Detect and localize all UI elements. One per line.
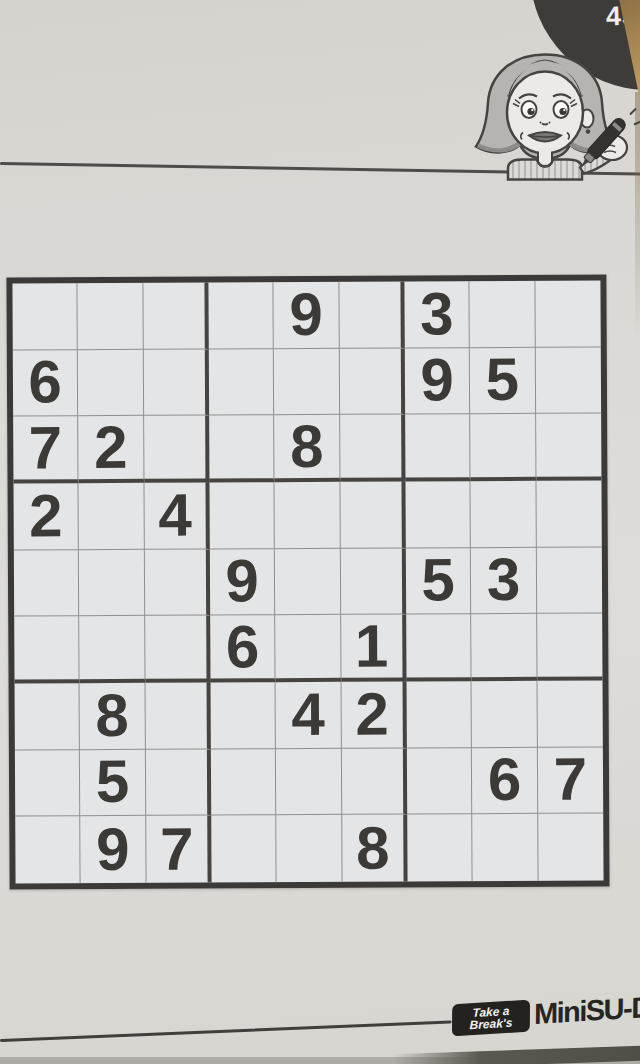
cell-r9c8[interactable] <box>473 814 539 881</box>
cell-r2c4[interactable] <box>209 349 275 416</box>
minisudoku-logo: MiniSU-DO <box>534 990 640 1032</box>
woman-with-pen-illustration <box>450 33 640 181</box>
cell-r4c4[interactable] <box>209 482 275 549</box>
cell-r4c7[interactable] <box>405 481 471 548</box>
cell-r1c4[interactable] <box>208 282 274 349</box>
cell-r8c3[interactable] <box>146 749 212 816</box>
cell-r2c1: 6 <box>13 350 79 417</box>
cell-r2c5[interactable] <box>274 348 340 415</box>
cell-r9c5[interactable] <box>277 815 343 882</box>
cell-r8c1[interactable] <box>15 750 81 817</box>
cell-r8c2: 5 <box>80 750 146 817</box>
cell-r3c8[interactable] <box>470 414 536 481</box>
cell-r9c1[interactable] <box>15 817 81 884</box>
cell-r7c3[interactable] <box>145 682 211 749</box>
cell-r6c6: 1 <box>341 615 407 682</box>
cell-r6c4: 6 <box>210 615 276 682</box>
sudoku-grid: 936957282495361842567978 <box>6 274 609 889</box>
cell-r2c7: 9 <box>405 348 471 415</box>
cell-r3c6[interactable] <box>340 415 406 482</box>
cell-r7c6: 2 <box>341 681 407 748</box>
cell-r8c9: 7 <box>538 747 604 814</box>
cell-r9c9[interactable] <box>538 814 604 881</box>
cell-r5c7: 5 <box>406 548 472 615</box>
cell-r7c9[interactable] <box>537 680 603 747</box>
cell-r5c6[interactable] <box>340 548 406 615</box>
cell-r4c1: 2 <box>13 483 79 550</box>
cell-r5c4: 9 <box>210 549 276 616</box>
cell-r1c2[interactable] <box>78 283 144 350</box>
cell-r4c2[interactable] <box>79 483 145 550</box>
cell-r5c5[interactable] <box>275 548 341 615</box>
cell-r2c3[interactable] <box>143 349 209 416</box>
cell-r3c3[interactable] <box>144 416 210 483</box>
cell-r8c6[interactable] <box>342 748 408 815</box>
cell-r1c9[interactable] <box>535 280 601 347</box>
take-a-breaks-badge: Take a Break's <box>452 1000 530 1037</box>
cell-r1c3[interactable] <box>143 283 209 350</box>
cell-r5c3[interactable] <box>144 549 210 616</box>
cell-r6c2[interactable] <box>80 616 146 683</box>
cell-r8c5[interactable] <box>276 748 342 815</box>
cell-r4c9[interactable] <box>536 480 602 547</box>
cell-r3c1: 7 <box>13 417 79 484</box>
cell-r5c9[interactable] <box>536 547 602 614</box>
bottom-divider-rule <box>0 1020 452 1042</box>
cell-r8c8: 6 <box>472 747 538 814</box>
cell-r5c8: 3 <box>471 547 537 614</box>
cell-r3c4[interactable] <box>209 416 275 483</box>
cell-r4c8[interactable] <box>471 481 537 548</box>
cell-r3c9[interactable] <box>536 414 602 481</box>
magazine-page: { "game": "sudoku", "position": "....9.3… <box>0 0 640 1064</box>
cell-r4c6[interactable] <box>340 481 406 548</box>
cell-r2c2[interactable] <box>78 350 144 417</box>
cell-r8c7[interactable] <box>407 748 473 815</box>
cell-r5c1[interactable] <box>14 550 80 617</box>
cell-r1c7: 3 <box>404 281 470 348</box>
cell-r1c5: 9 <box>274 282 340 349</box>
cell-r6c8[interactable] <box>472 614 538 681</box>
cell-r2c6[interactable] <box>339 348 405 415</box>
cell-r6c7[interactable] <box>406 614 472 681</box>
cell-r4c5[interactable] <box>275 482 341 549</box>
cell-r6c9[interactable] <box>537 614 603 681</box>
cell-r7c8[interactable] <box>472 681 538 748</box>
cell-r9c2: 9 <box>81 816 147 883</box>
page-bottom-shadow <box>393 1046 640 1064</box>
cell-r5c2[interactable] <box>79 550 145 617</box>
cell-r9c7[interactable] <box>407 814 473 881</box>
cell-r4c3: 4 <box>144 482 210 549</box>
cell-r8c4[interactable] <box>211 749 277 816</box>
cell-r3c5: 8 <box>274 415 340 482</box>
cell-r6c1[interactable] <box>14 617 80 684</box>
cell-r1c1[interactable] <box>12 283 78 350</box>
cell-r7c1[interactable] <box>15 683 81 750</box>
cell-r7c5: 4 <box>276 682 342 749</box>
cell-r2c8: 5 <box>470 347 536 414</box>
cell-r7c4[interactable] <box>211 682 277 749</box>
cell-r9c4[interactable] <box>211 815 277 882</box>
cell-r7c7[interactable] <box>407 681 473 748</box>
cell-r3c2: 2 <box>78 416 144 483</box>
cell-r3c7[interactable] <box>405 414 471 481</box>
cell-r1c8[interactable] <box>470 281 536 348</box>
cell-r9c6: 8 <box>342 815 408 882</box>
cell-r7c2: 8 <box>80 683 146 750</box>
badge-line2: Break's <box>469 1017 512 1032</box>
cell-r2c9[interactable] <box>535 347 601 414</box>
cell-r9c3: 7 <box>146 816 212 883</box>
cell-r6c3[interactable] <box>145 616 211 683</box>
cell-r1c6[interactable] <box>339 281 405 348</box>
cell-r6c5[interactable] <box>276 615 342 682</box>
